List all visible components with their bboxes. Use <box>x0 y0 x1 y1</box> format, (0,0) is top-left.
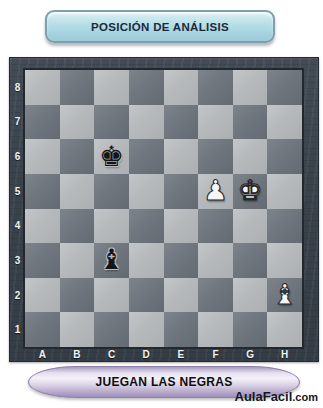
square-f2 <box>198 278 233 313</box>
file-label-g: G <box>233 347 268 362</box>
square-d5 <box>129 174 164 209</box>
square-c8 <box>94 70 129 105</box>
watermark-name: AulaFacil <box>235 389 293 404</box>
square-f5: ♟ <box>198 174 233 209</box>
square-a1 <box>25 312 60 347</box>
white-pawn: ♟ <box>203 177 228 205</box>
square-b8 <box>60 70 95 105</box>
square-f1 <box>198 312 233 347</box>
square-g6 <box>233 139 268 174</box>
rank-label-8: 8 <box>10 70 25 105</box>
square-h1 <box>267 312 302 347</box>
file-label-d: D <box>129 347 164 362</box>
rank-label-5: 5 <box>10 174 25 209</box>
white-king: ♚ <box>238 177 263 205</box>
square-b1 <box>60 312 95 347</box>
square-e1 <box>164 312 199 347</box>
square-c5 <box>94 174 129 209</box>
file-label-h: H <box>267 347 302 362</box>
rank-labels: 87654321 <box>10 70 25 347</box>
file-label-c: C <box>94 347 129 362</box>
chess-board-frame: 87654321 ♚♟♚♝♝ ABCDEFGH <box>9 57 319 362</box>
square-g3 <box>233 243 268 278</box>
file-label-f: F <box>198 347 233 362</box>
rank-label-7: 7 <box>10 105 25 140</box>
file-labels: ABCDEFGH <box>25 347 302 362</box>
square-d8 <box>129 70 164 105</box>
square-c7 <box>94 105 129 140</box>
square-c3: ♝ <box>94 243 129 278</box>
square-c2 <box>94 278 129 313</box>
square-b7 <box>60 105 95 140</box>
square-a8 <box>25 70 60 105</box>
white-bishop: ♝ <box>272 281 297 309</box>
square-a6 <box>25 139 60 174</box>
square-f3 <box>198 243 233 278</box>
square-a3 <box>25 243 60 278</box>
rank-label-3: 3 <box>10 243 25 278</box>
square-b4 <box>60 209 95 244</box>
square-b5 <box>60 174 95 209</box>
square-h6 <box>267 139 302 174</box>
square-h5 <box>267 174 302 209</box>
square-h7 <box>267 105 302 140</box>
file-label-a: A <box>25 347 60 362</box>
watermark-tld: .com <box>292 391 318 403</box>
square-h4 <box>267 209 302 244</box>
square-c6: ♚ <box>94 139 129 174</box>
square-e6 <box>164 139 199 174</box>
square-g2 <box>233 278 268 313</box>
black-king: ♚ <box>99 143 124 171</box>
square-b2 <box>60 278 95 313</box>
square-d3 <box>129 243 164 278</box>
square-h8 <box>267 70 302 105</box>
chess-board: ♚♟♚♝♝ <box>25 70 302 347</box>
square-e4 <box>164 209 199 244</box>
square-d4 <box>129 209 164 244</box>
square-b6 <box>60 139 95 174</box>
square-g5: ♚ <box>233 174 268 209</box>
square-e3 <box>164 243 199 278</box>
square-e7 <box>164 105 199 140</box>
title-banner-label: POSICIÓN DE ANÁLISIS <box>91 21 229 33</box>
square-g8 <box>233 70 268 105</box>
square-e5 <box>164 174 199 209</box>
square-f6 <box>198 139 233 174</box>
file-label-b: B <box>60 347 95 362</box>
square-c4 <box>94 209 129 244</box>
square-d7 <box>129 105 164 140</box>
square-f7 <box>198 105 233 140</box>
rank-label-4: 4 <box>10 209 25 244</box>
square-e2 <box>164 278 199 313</box>
square-f4 <box>198 209 233 244</box>
title-banner: POSICIÓN DE ANÁLISIS <box>45 10 275 43</box>
rank-label-2: 2 <box>10 278 25 313</box>
square-h3 <box>267 243 302 278</box>
file-label-e: E <box>164 347 199 362</box>
square-g7 <box>233 105 268 140</box>
square-d2 <box>129 278 164 313</box>
square-d6 <box>129 139 164 174</box>
square-a5 <box>25 174 60 209</box>
square-a2 <box>25 278 60 313</box>
turn-banner-label: JUEGAN LAS NEGRAS <box>95 375 232 389</box>
rank-label-6: 6 <box>10 139 25 174</box>
square-g4 <box>233 209 268 244</box>
square-h2: ♝ <box>267 278 302 313</box>
watermark: AulaFacil.com <box>235 390 318 404</box>
rank-label-1: 1 <box>10 312 25 347</box>
square-a4 <box>25 209 60 244</box>
square-b3 <box>60 243 95 278</box>
square-d1 <box>129 312 164 347</box>
square-g1 <box>233 312 268 347</box>
square-f8 <box>198 70 233 105</box>
square-c1 <box>94 312 129 347</box>
black-bishop: ♝ <box>99 246 124 274</box>
page: POSICIÓN DE ANÁLISIS 87654321 ♚♟♚♝♝ ABCD… <box>0 0 323 408</box>
square-a7 <box>25 105 60 140</box>
square-e8 <box>164 70 199 105</box>
